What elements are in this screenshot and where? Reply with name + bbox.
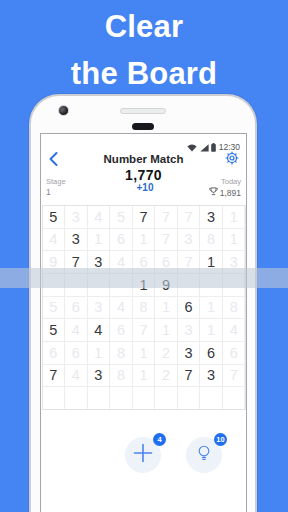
grid-cell[interactable]: 3	[200, 365, 222, 387]
today-block: Today 1,891	[209, 176, 241, 199]
grid-cell[interactable]: 7	[133, 206, 155, 228]
earpiece-speaker	[120, 108, 166, 114]
grid-cell[interactable]	[155, 387, 177, 409]
grid-cell[interactable]: 5	[43, 319, 65, 341]
grid-cell[interactable]: 8	[200, 229, 222, 251]
grid-cell[interactable]	[133, 387, 155, 409]
stage-block: Stage 1	[46, 176, 66, 198]
grid-cell[interactable]: 7	[178, 206, 200, 228]
plus-icon	[132, 442, 154, 468]
grid-cell[interactable]: 1	[88, 229, 110, 251]
score-popup: +10	[137, 182, 154, 193]
promo-line1: Clear	[0, 3, 288, 50]
grid-cell[interactable]: 8	[223, 297, 245, 319]
grid-cell[interactable]	[65, 387, 87, 409]
app-title: Number Match	[41, 149, 246, 169]
grid-cell[interactable]: 1	[133, 342, 155, 364]
add-numbers-button[interactable]: 4	[125, 437, 161, 473]
promo-headline: Clear the Board	[0, 3, 288, 97]
speaker-pill	[132, 123, 154, 130]
grid-cell[interactable]: 3	[88, 365, 110, 387]
grid-cell[interactable]: 8	[133, 297, 155, 319]
grid-cell[interactable]: 7	[178, 365, 200, 387]
promo-line2: the Board	[0, 50, 288, 97]
grid-cell[interactable]	[110, 387, 132, 409]
today-label: Today	[209, 176, 241, 187]
grid-cell[interactable]: 3	[178, 229, 200, 251]
grid-cell[interactable]	[223, 387, 245, 409]
grid-cell[interactable]: 7	[155, 206, 177, 228]
grid-cell[interactable]	[200, 387, 222, 409]
grid-cell[interactable]: 1	[223, 206, 245, 228]
grid-cell[interactable]: 4	[110, 297, 132, 319]
grid-cell[interactable]: 1	[200, 297, 222, 319]
grid-cell[interactable]: 7	[43, 365, 65, 387]
grid-cell[interactable]: 1	[155, 319, 177, 341]
today-score: 1,891	[220, 188, 241, 199]
grid-cell[interactable]: 3	[65, 206, 87, 228]
grid-cell[interactable]: 6	[178, 297, 200, 319]
grid-cell[interactable]: 1	[200, 319, 222, 341]
number-match-board: 5345777314316173819734667131956348161854…	[42, 205, 246, 410]
grid-cell[interactable]: 1	[223, 229, 245, 251]
grid-cell[interactable]: 7	[223, 365, 245, 387]
grid-cell[interactable]	[43, 387, 65, 409]
grid-cell[interactable]: 1	[133, 229, 155, 251]
grid-cell[interactable]: 5	[43, 206, 65, 228]
grid-cell[interactable]: 3	[88, 297, 110, 319]
grid-cell[interactable]: 5	[43, 297, 65, 319]
grid-cell[interactable]: 6	[65, 297, 87, 319]
grid-cell[interactable]: 6	[223, 342, 245, 364]
row-clear-highlight-band	[0, 268, 288, 288]
hint-badge: 10	[214, 433, 227, 446]
grid-cell[interactable]	[88, 387, 110, 409]
grid-cell[interactable]: 6	[43, 342, 65, 364]
grid-cell[interactable]: 3	[200, 206, 222, 228]
grid-cell[interactable]: 4	[223, 319, 245, 341]
add-numbers-badge: 4	[153, 433, 166, 446]
hint-button[interactable]: 10	[186, 437, 222, 473]
trophy-icon	[209, 187, 218, 199]
grid-cell[interactable]: 4	[43, 229, 65, 251]
grid-cell[interactable]: 3	[178, 342, 200, 364]
grid-cell[interactable]: 7	[155, 229, 177, 251]
phone-screen: 12:30 Number Match 1,770 Stage 1 Today 1…	[40, 133, 247, 512]
grid-cell[interactable]: 8	[110, 365, 132, 387]
lightbulb-icon	[196, 444, 212, 466]
front-camera	[58, 105, 69, 116]
grid-cell[interactable]: 2	[155, 342, 177, 364]
grid-cell[interactable]: 4	[88, 319, 110, 341]
grid-cell[interactable]: 6	[200, 342, 222, 364]
app-header: Number Match	[41, 149, 246, 169]
phone-mockup: 12:30 Number Match 1,770 Stage 1 Today 1…	[29, 94, 257, 512]
stage-label: Stage	[46, 176, 66, 187]
grid-cell[interactable]: 8	[110, 342, 132, 364]
grid-cell[interactable]: 4	[88, 206, 110, 228]
grid-cell[interactable]: 6	[110, 319, 132, 341]
stage-value: 1	[46, 187, 66, 198]
grid-cell[interactable]: 5	[110, 206, 132, 228]
grid-cell[interactable]: 3	[178, 319, 200, 341]
grid-cell[interactable]: 1	[88, 342, 110, 364]
grid-cell[interactable]	[178, 387, 200, 409]
grid-cell[interactable]: 4	[65, 319, 87, 341]
grid-cell[interactable]: 2	[155, 365, 177, 387]
grid-cell[interactable]: 7	[133, 319, 155, 341]
grid-cell[interactable]: 3	[65, 229, 87, 251]
grid-cell[interactable]: 4	[65, 365, 87, 387]
grid-cell[interactable]: 6	[65, 342, 87, 364]
grid-cell[interactable]: 1	[155, 297, 177, 319]
grid-cell[interactable]: 1	[133, 365, 155, 387]
grid-cell[interactable]: 6	[110, 229, 132, 251]
